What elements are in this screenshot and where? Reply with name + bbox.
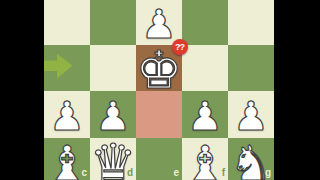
square-c4[interactable] bbox=[44, 0, 90, 45]
file-label-f: f bbox=[222, 168, 225, 178]
move-arrow bbox=[44, 53, 73, 79]
square-e4[interactable]: ♟ bbox=[136, 0, 182, 45]
square-d4[interactable] bbox=[90, 0, 136, 45]
white-pawn[interactable]: ♟ bbox=[95, 96, 131, 136]
blunder-badge-text: ?? bbox=[175, 43, 184, 52]
square-g1[interactable]: ♞g bbox=[228, 138, 274, 180]
white-pawn[interactable]: ♟ bbox=[233, 96, 269, 136]
file-label-d: d bbox=[127, 168, 133, 178]
blunder-badge: ?? bbox=[172, 39, 188, 55]
square-g4[interactable] bbox=[228, 0, 274, 45]
square-f3[interactable] bbox=[182, 45, 228, 91]
letterbox-right bbox=[274, 0, 320, 180]
letterbox-left bbox=[0, 0, 44, 180]
square-d1[interactable]: ♛d bbox=[90, 138, 136, 180]
file-label-e: e bbox=[173, 168, 179, 178]
square-e1[interactable]: e bbox=[136, 138, 182, 180]
file-label-g: g bbox=[265, 168, 271, 178]
square-d2[interactable]: ♟ bbox=[90, 91, 136, 137]
file-label-c: c bbox=[81, 168, 87, 178]
white-pawn[interactable]: ♟ bbox=[49, 96, 85, 136]
white-pawn[interactable]: ♟ bbox=[187, 96, 223, 136]
square-c1[interactable]: ♝c bbox=[44, 138, 90, 180]
white-bishop[interactable]: ♝ bbox=[183, 139, 226, 180]
square-f2[interactable]: ♟ bbox=[182, 91, 228, 137]
square-d3[interactable] bbox=[90, 45, 136, 91]
video-frame: ♟♚♟♟♟♟♝c♛de♝f♞g ?? bbox=[0, 0, 320, 180]
square-g2[interactable]: ♟ bbox=[228, 91, 274, 137]
square-c2[interactable]: ♟ bbox=[44, 91, 90, 137]
white-pawn[interactable]: ♟ bbox=[141, 4, 177, 44]
square-f4[interactable] bbox=[182, 0, 228, 45]
square-f1[interactable]: ♝f bbox=[182, 138, 228, 180]
chess-board[interactable]: ♟♚♟♟♟♟♝c♛de♝f♞g bbox=[44, 0, 274, 180]
square-g3[interactable] bbox=[228, 45, 274, 91]
